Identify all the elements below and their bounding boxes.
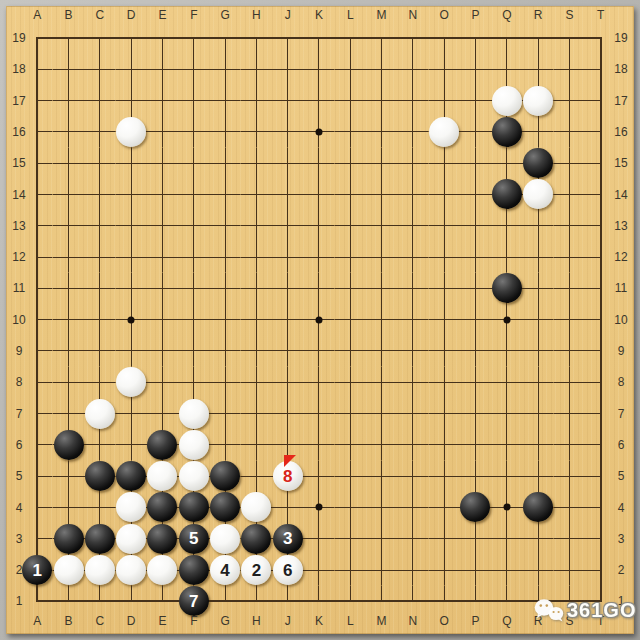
intersection-B1[interactable] (53, 586, 84, 617)
intersection-C10[interactable] (84, 304, 115, 335)
intersection-M13[interactable] (366, 210, 397, 241)
intersection-G7[interactable] (209, 398, 240, 429)
intersection-H19[interactable] (241, 22, 272, 53)
intersection-E13[interactable] (147, 210, 178, 241)
intersection-Q17[interactable] (491, 85, 522, 116)
intersection-H15[interactable] (241, 148, 272, 179)
intersection-H9[interactable] (241, 335, 272, 366)
intersection-K10[interactable] (303, 304, 334, 335)
intersection-O2[interactable] (429, 554, 460, 585)
intersection-S9[interactable] (554, 335, 585, 366)
intersection-C8[interactable] (84, 367, 115, 398)
intersection-O11[interactable] (429, 273, 460, 304)
intersection-L19[interactable] (335, 22, 366, 53)
intersection-K12[interactable] (303, 241, 334, 272)
intersection-E1[interactable] (147, 586, 178, 617)
intersection-D8[interactable] (116, 367, 147, 398)
intersection-J14[interactable] (272, 179, 303, 210)
intersection-G16[interactable] (209, 116, 240, 147)
intersection-R14[interactable] (522, 179, 553, 210)
intersection-E7[interactable] (147, 398, 178, 429)
intersection-D17[interactable] (116, 85, 147, 116)
intersection-F1[interactable]: 7 (178, 586, 209, 617)
intersection-L7[interactable] (335, 398, 366, 429)
intersection-O7[interactable] (429, 398, 460, 429)
intersection-S3[interactable] (554, 523, 585, 554)
intersection-B14[interactable] (53, 179, 84, 210)
intersection-O5[interactable] (429, 461, 460, 492)
intersection-G19[interactable] (209, 22, 240, 53)
intersection-O18[interactable] (429, 54, 460, 85)
intersection-Q18[interactable] (491, 54, 522, 85)
intersection-B7[interactable] (53, 398, 84, 429)
intersection-H18[interactable] (241, 54, 272, 85)
intersection-S8[interactable] (554, 367, 585, 398)
intersection-J11[interactable] (272, 273, 303, 304)
intersection-H10[interactable] (241, 304, 272, 335)
intersection-Q14[interactable] (491, 179, 522, 210)
intersection-D12[interactable] (116, 241, 147, 272)
intersection-L14[interactable] (335, 179, 366, 210)
intersection-H5[interactable] (241, 461, 272, 492)
intersection-H1[interactable] (241, 586, 272, 617)
intersection-M5[interactable] (366, 461, 397, 492)
intersection-M10[interactable] (366, 304, 397, 335)
intersection-N13[interactable] (397, 210, 428, 241)
intersection-O8[interactable] (429, 367, 460, 398)
intersection-R17[interactable] (522, 85, 553, 116)
intersection-N5[interactable] (397, 461, 428, 492)
intersection-D6[interactable] (116, 429, 147, 460)
intersection-C15[interactable] (84, 148, 115, 179)
intersection-H11[interactable] (241, 273, 272, 304)
intersection-D2[interactable] (116, 554, 147, 585)
intersection-S10[interactable] (554, 304, 585, 335)
intersection-S4[interactable] (554, 492, 585, 523)
intersection-D7[interactable] (116, 398, 147, 429)
intersection-G17[interactable] (209, 85, 240, 116)
intersection-E8[interactable] (147, 367, 178, 398)
intersection-F6[interactable] (178, 429, 209, 460)
intersection-R2[interactable] (522, 554, 553, 585)
intersection-Q5[interactable] (491, 461, 522, 492)
intersection-O1[interactable] (429, 586, 460, 617)
intersection-B9[interactable] (53, 335, 84, 366)
intersection-N12[interactable] (397, 241, 428, 272)
intersection-P2[interactable] (460, 554, 491, 585)
intersection-J2[interactable]: 6 (272, 554, 303, 585)
intersection-P18[interactable] (460, 54, 491, 85)
intersection-O10[interactable] (429, 304, 460, 335)
intersection-C1[interactable] (84, 586, 115, 617)
intersection-M11[interactable] (366, 273, 397, 304)
intersection-N18[interactable] (397, 54, 428, 85)
intersection-M18[interactable] (366, 54, 397, 85)
intersection-J7[interactable] (272, 398, 303, 429)
intersection-P4[interactable] (460, 492, 491, 523)
intersection-D19[interactable] (116, 22, 147, 53)
intersection-R13[interactable] (522, 210, 553, 241)
intersection-F18[interactable] (178, 54, 209, 85)
intersection-R18[interactable] (522, 54, 553, 85)
intersection-G2[interactable]: 4 (209, 554, 240, 585)
intersection-Q16[interactable] (491, 116, 522, 147)
intersection-Q6[interactable] (491, 429, 522, 460)
intersection-Q11[interactable] (491, 273, 522, 304)
intersection-D9[interactable] (116, 335, 147, 366)
intersection-O4[interactable] (429, 492, 460, 523)
intersection-N3[interactable] (397, 523, 428, 554)
intersection-H14[interactable] (241, 179, 272, 210)
intersection-L5[interactable] (335, 461, 366, 492)
intersection-C9[interactable] (84, 335, 115, 366)
intersection-Q9[interactable] (491, 335, 522, 366)
intersection-N16[interactable] (397, 116, 428, 147)
intersection-H8[interactable] (241, 367, 272, 398)
intersection-L3[interactable] (335, 523, 366, 554)
intersection-B6[interactable] (53, 429, 84, 460)
intersection-J18[interactable] (272, 54, 303, 85)
intersection-K8[interactable] (303, 367, 334, 398)
intersection-F4[interactable] (178, 492, 209, 523)
intersection-L13[interactable] (335, 210, 366, 241)
intersection-G4[interactable] (209, 492, 240, 523)
intersection-M14[interactable] (366, 179, 397, 210)
intersection-F9[interactable] (178, 335, 209, 366)
intersection-L4[interactable] (335, 492, 366, 523)
intersection-M15[interactable] (366, 148, 397, 179)
intersection-E14[interactable] (147, 179, 178, 210)
intersection-J17[interactable] (272, 85, 303, 116)
intersection-P10[interactable] (460, 304, 491, 335)
intersection-D5[interactable] (116, 461, 147, 492)
intersection-M2[interactable] (366, 554, 397, 585)
intersection-K9[interactable] (303, 335, 334, 366)
intersection-F7[interactable] (178, 398, 209, 429)
intersection-S14[interactable] (554, 179, 585, 210)
intersection-E19[interactable] (147, 22, 178, 53)
intersection-L8[interactable] (335, 367, 366, 398)
intersection-J12[interactable] (272, 241, 303, 272)
intersection-J4[interactable] (272, 492, 303, 523)
intersection-Q2[interactable] (491, 554, 522, 585)
intersection-L16[interactable] (335, 116, 366, 147)
intersection-N10[interactable] (397, 304, 428, 335)
intersection-E4[interactable] (147, 492, 178, 523)
intersection-P12[interactable] (460, 241, 491, 272)
intersection-L12[interactable] (335, 241, 366, 272)
intersection-O19[interactable] (429, 22, 460, 53)
intersection-L18[interactable] (335, 54, 366, 85)
intersection-M8[interactable] (366, 367, 397, 398)
intersection-R8[interactable] (522, 367, 553, 398)
intersection-R10[interactable] (522, 304, 553, 335)
intersection-C13[interactable] (84, 210, 115, 241)
intersection-S11[interactable] (554, 273, 585, 304)
intersection-O6[interactable] (429, 429, 460, 460)
intersection-D13[interactable] (116, 210, 147, 241)
intersection-C19[interactable] (84, 22, 115, 53)
intersection-R11[interactable] (522, 273, 553, 304)
intersection-M12[interactable] (366, 241, 397, 272)
intersection-N7[interactable] (397, 398, 428, 429)
intersection-H4[interactable] (241, 492, 272, 523)
intersection-D18[interactable] (116, 54, 147, 85)
intersection-J1[interactable] (272, 586, 303, 617)
intersection-D14[interactable] (116, 179, 147, 210)
intersection-K19[interactable] (303, 22, 334, 53)
intersection-N1[interactable] (397, 586, 428, 617)
intersection-H7[interactable] (241, 398, 272, 429)
intersection-J19[interactable] (272, 22, 303, 53)
intersection-R9[interactable] (522, 335, 553, 366)
intersection-P5[interactable] (460, 461, 491, 492)
intersection-F15[interactable] (178, 148, 209, 179)
intersection-Q3[interactable] (491, 523, 522, 554)
intersection-F12[interactable] (178, 241, 209, 272)
intersection-S6[interactable] (554, 429, 585, 460)
intersection-E17[interactable] (147, 85, 178, 116)
intersection-B16[interactable] (53, 116, 84, 147)
intersection-S7[interactable] (554, 398, 585, 429)
intersection-R5[interactable] (522, 461, 553, 492)
intersection-E10[interactable] (147, 304, 178, 335)
intersection-Q1[interactable] (491, 586, 522, 617)
intersection-J15[interactable] (272, 148, 303, 179)
intersection-N17[interactable] (397, 85, 428, 116)
intersection-K7[interactable] (303, 398, 334, 429)
intersection-R12[interactable] (522, 241, 553, 272)
intersection-P6[interactable] (460, 429, 491, 460)
intersection-K16[interactable] (303, 116, 334, 147)
intersection-F17[interactable] (178, 85, 209, 116)
intersection-F19[interactable] (178, 22, 209, 53)
intersection-M17[interactable] (366, 85, 397, 116)
intersection-C4[interactable] (84, 492, 115, 523)
intersection-E18[interactable] (147, 54, 178, 85)
intersection-H6[interactable] (241, 429, 272, 460)
intersection-F10[interactable] (178, 304, 209, 335)
intersection-N11[interactable] (397, 273, 428, 304)
intersection-F3[interactable]: 5 (178, 523, 209, 554)
intersection-L17[interactable] (335, 85, 366, 116)
intersection-B13[interactable] (53, 210, 84, 241)
intersection-R15[interactable] (522, 148, 553, 179)
intersection-E11[interactable] (147, 273, 178, 304)
intersection-C7[interactable] (84, 398, 115, 429)
intersection-P1[interactable] (460, 586, 491, 617)
intersection-M19[interactable] (366, 22, 397, 53)
intersection-N6[interactable] (397, 429, 428, 460)
intersection-S17[interactable] (554, 85, 585, 116)
intersection-J10[interactable] (272, 304, 303, 335)
intersection-L9[interactable] (335, 335, 366, 366)
intersection-P19[interactable] (460, 22, 491, 53)
intersection-P3[interactable] (460, 523, 491, 554)
intersection-B12[interactable] (53, 241, 84, 272)
intersection-K2[interactable] (303, 554, 334, 585)
intersection-Q8[interactable] (491, 367, 522, 398)
intersection-D11[interactable] (116, 273, 147, 304)
intersection-G18[interactable] (209, 54, 240, 85)
intersection-J13[interactable] (272, 210, 303, 241)
intersection-M6[interactable] (366, 429, 397, 460)
intersection-B11[interactable] (53, 273, 84, 304)
intersection-L11[interactable] (335, 273, 366, 304)
intersection-P8[interactable] (460, 367, 491, 398)
intersection-K1[interactable] (303, 586, 334, 617)
intersection-K18[interactable] (303, 54, 334, 85)
intersection-E5[interactable] (147, 461, 178, 492)
intersection-L1[interactable] (335, 586, 366, 617)
intersection-O12[interactable] (429, 241, 460, 272)
intersection-E2[interactable] (147, 554, 178, 585)
intersection-R6[interactable] (522, 429, 553, 460)
intersection-S18[interactable] (554, 54, 585, 85)
intersection-D10[interactable] (116, 304, 147, 335)
intersection-G14[interactable] (209, 179, 240, 210)
intersection-Q12[interactable] (491, 241, 522, 272)
intersection-K3[interactable] (303, 523, 334, 554)
intersection-H17[interactable] (241, 85, 272, 116)
intersection-K5[interactable] (303, 461, 334, 492)
intersection-S2[interactable] (554, 554, 585, 585)
intersection-O15[interactable] (429, 148, 460, 179)
intersection-L10[interactable] (335, 304, 366, 335)
intersection-M9[interactable] (366, 335, 397, 366)
intersection-K4[interactable] (303, 492, 334, 523)
intersection-F5[interactable] (178, 461, 209, 492)
intersection-H13[interactable] (241, 210, 272, 241)
intersection-G12[interactable] (209, 241, 240, 272)
intersection-J5[interactable]: 8 (272, 461, 303, 492)
intersection-P11[interactable] (460, 273, 491, 304)
intersection-G3[interactable] (209, 523, 240, 554)
intersection-P13[interactable] (460, 210, 491, 241)
intersection-D16[interactable] (116, 116, 147, 147)
intersection-R7[interactable] (522, 398, 553, 429)
intersection-J3[interactable]: 3 (272, 523, 303, 554)
intersection-M16[interactable] (366, 116, 397, 147)
intersection-G9[interactable] (209, 335, 240, 366)
intersection-C17[interactable] (84, 85, 115, 116)
intersection-D3[interactable] (116, 523, 147, 554)
intersection-N19[interactable] (397, 22, 428, 53)
intersection-O16[interactable] (429, 116, 460, 147)
intersection-B15[interactable] (53, 148, 84, 179)
intersection-R4[interactable] (522, 492, 553, 523)
intersection-S16[interactable] (554, 116, 585, 147)
intersection-R19[interactable] (522, 22, 553, 53)
intersection-C14[interactable] (84, 179, 115, 210)
intersection-G5[interactable] (209, 461, 240, 492)
intersection-P15[interactable] (460, 148, 491, 179)
intersection-O17[interactable] (429, 85, 460, 116)
intersection-F2[interactable] (178, 554, 209, 585)
intersection-L15[interactable] (335, 148, 366, 179)
intersection-P17[interactable] (460, 85, 491, 116)
intersection-J8[interactable] (272, 367, 303, 398)
intersection-O14[interactable] (429, 179, 460, 210)
intersection-M3[interactable] (366, 523, 397, 554)
intersection-B10[interactable] (53, 304, 84, 335)
intersection-N9[interactable] (397, 335, 428, 366)
intersection-M7[interactable] (366, 398, 397, 429)
intersection-N15[interactable] (397, 148, 428, 179)
intersection-E16[interactable] (147, 116, 178, 147)
intersection-C6[interactable] (84, 429, 115, 460)
intersection-S13[interactable] (554, 210, 585, 241)
intersection-M1[interactable] (366, 586, 397, 617)
intersection-Q4[interactable] (491, 492, 522, 523)
intersection-C18[interactable] (84, 54, 115, 85)
intersection-Q19[interactable] (491, 22, 522, 53)
intersection-B4[interactable] (53, 492, 84, 523)
intersection-E3[interactable] (147, 523, 178, 554)
intersection-P9[interactable] (460, 335, 491, 366)
intersection-N14[interactable] (397, 179, 428, 210)
intersection-C3[interactable] (84, 523, 115, 554)
intersection-F14[interactable] (178, 179, 209, 210)
intersection-F16[interactable] (178, 116, 209, 147)
intersection-K6[interactable] (303, 429, 334, 460)
intersection-B5[interactable] (53, 461, 84, 492)
intersection-C5[interactable] (84, 461, 115, 492)
intersection-B8[interactable] (53, 367, 84, 398)
intersection-K15[interactable] (303, 148, 334, 179)
intersection-H3[interactable] (241, 523, 272, 554)
intersection-K11[interactable] (303, 273, 334, 304)
intersection-Q13[interactable] (491, 210, 522, 241)
intersection-F13[interactable] (178, 210, 209, 241)
intersection-K14[interactable] (303, 179, 334, 210)
intersection-Q15[interactable] (491, 148, 522, 179)
intersection-S15[interactable] (554, 148, 585, 179)
intersection-P7[interactable] (460, 398, 491, 429)
intersection-E12[interactable] (147, 241, 178, 272)
intersection-B3[interactable] (53, 523, 84, 554)
intersection-P14[interactable] (460, 179, 491, 210)
intersection-B18[interactable] (53, 54, 84, 85)
intersection-L2[interactable] (335, 554, 366, 585)
intersection-J16[interactable] (272, 116, 303, 147)
intersection-G13[interactable] (209, 210, 240, 241)
intersection-Q10[interactable] (491, 304, 522, 335)
intersection-F8[interactable] (178, 367, 209, 398)
intersection-C16[interactable] (84, 116, 115, 147)
intersection-N4[interactable] (397, 492, 428, 523)
intersection-R3[interactable] (522, 523, 553, 554)
intersection-O3[interactable] (429, 523, 460, 554)
intersection-C11[interactable] (84, 273, 115, 304)
intersection-O13[interactable] (429, 210, 460, 241)
intersection-Q7[interactable] (491, 398, 522, 429)
intersection-J9[interactable] (272, 335, 303, 366)
intersection-C12[interactable] (84, 241, 115, 272)
intersection-F11[interactable] (178, 273, 209, 304)
intersection-E9[interactable] (147, 335, 178, 366)
intersection-E6[interactable] (147, 429, 178, 460)
intersection-H16[interactable] (241, 116, 272, 147)
intersection-G10[interactable] (209, 304, 240, 335)
intersection-O9[interactable] (429, 335, 460, 366)
intersection-N8[interactable] (397, 367, 428, 398)
intersection-G6[interactable] (209, 429, 240, 460)
intersection-G1[interactable] (209, 586, 240, 617)
intersection-H12[interactable] (241, 241, 272, 272)
intersection-E15[interactable] (147, 148, 178, 179)
intersection-C2[interactable] (84, 554, 115, 585)
